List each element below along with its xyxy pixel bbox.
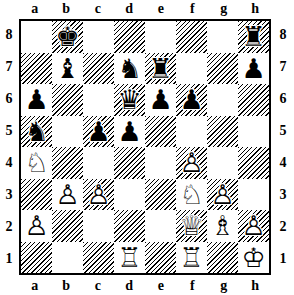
square-d3[interactable]	[114, 179, 145, 211]
square-h3[interactable]	[238, 179, 269, 211]
white-piece-outline: ♔	[238, 242, 269, 274]
square-h6[interactable]	[238, 84, 269, 116]
square-c1[interactable]	[83, 242, 114, 274]
square-h1[interactable]: ♚♔	[238, 242, 269, 274]
file-label-bottom-b: b	[51, 277, 83, 295]
square-h7[interactable]: ♟	[238, 53, 269, 85]
file-label-bottom-e: e	[145, 277, 177, 295]
black-piece-glyph: ♚	[52, 21, 83, 53]
black-piece-glyph: ♟	[176, 84, 207, 116]
square-b6[interactable]	[52, 84, 83, 116]
piece-wR-f1[interactable]: ♜♖	[176, 242, 207, 274]
file-label-top-f: f	[177, 0, 209, 18]
square-e4[interactable]	[145, 147, 176, 179]
piece-bP-e6[interactable]: ♟	[145, 84, 176, 116]
file-label-top-g: g	[208, 0, 240, 18]
square-e6[interactable]: ♟	[145, 84, 176, 116]
square-a8[interactable]	[21, 21, 52, 53]
square-d8[interactable]	[114, 21, 145, 53]
black-piece-glyph: ♞	[114, 53, 145, 85]
rank-label-right-3: 3	[274, 179, 292, 211]
rank-labels-right: 87654321	[274, 19, 292, 275]
file-label-bottom-c: c	[82, 277, 114, 295]
piece-bR-h8[interactable]: ♜	[238, 21, 269, 53]
square-e3[interactable]	[145, 179, 176, 211]
square-c2[interactable]	[83, 210, 114, 242]
black-piece-glyph: ♟	[83, 116, 114, 148]
square-g6[interactable]	[207, 84, 238, 116]
square-e7[interactable]: ♜	[145, 53, 176, 85]
file-label-bottom-g: g	[208, 277, 240, 295]
white-piece-outline: ♖	[176, 242, 207, 274]
rank-label-left-7: 7	[0, 51, 18, 83]
square-a2[interactable]: ♟♙	[21, 210, 52, 242]
square-d7[interactable]: ♞	[114, 53, 145, 85]
square-a5[interactable]: ♞	[21, 116, 52, 148]
square-d6[interactable]: ♛	[114, 84, 145, 116]
black-piece-glyph: ♟	[238, 53, 269, 85]
piece-wK-h1[interactable]: ♚♔	[238, 242, 269, 274]
square-f3[interactable]: ♞♘	[176, 179, 207, 211]
piece-bP-d5[interactable]: ♟	[114, 116, 145, 148]
file-label-bottom-d: d	[114, 277, 146, 295]
piece-bN-a5[interactable]: ♞	[21, 116, 52, 148]
file-label-bottom-h: h	[240, 277, 272, 295]
rank-label-right-5: 5	[274, 115, 292, 147]
square-h5[interactable]	[238, 116, 269, 148]
square-h4[interactable]	[238, 147, 269, 179]
black-piece-glyph: ♟	[21, 84, 52, 116]
square-h8[interactable]: ♜	[238, 21, 269, 53]
rank-label-left-2: 2	[0, 211, 18, 243]
white-piece-outline: ♘	[21, 147, 52, 179]
square-d2[interactable]	[114, 210, 145, 242]
white-piece-outline: ♙	[207, 179, 238, 211]
white-piece-outline: ♖	[114, 242, 145, 274]
piece-wP-c3[interactable]: ♟♙	[83, 179, 114, 211]
square-c7[interactable]	[83, 53, 114, 85]
file-label-bottom-f: f	[177, 277, 209, 295]
black-piece-glyph: ♟	[145, 84, 176, 116]
file-label-top-d: d	[114, 0, 146, 18]
square-f1[interactable]: ♜♖	[176, 242, 207, 274]
piece-bP-c5[interactable]: ♟	[83, 116, 114, 148]
square-h2[interactable]: ♟♙	[238, 210, 269, 242]
piece-bK-b8[interactable]: ♚	[52, 21, 83, 53]
square-c6[interactable]	[83, 84, 114, 116]
piece-bP-a6[interactable]: ♟	[21, 84, 52, 116]
square-b4[interactable]	[52, 147, 83, 179]
black-piece-glyph: ♜	[145, 53, 176, 85]
square-a6[interactable]: ♟	[21, 84, 52, 116]
square-g4[interactable]	[207, 147, 238, 179]
file-labels-top: abcdefgh	[19, 0, 271, 18]
white-piece-outline: ♙	[83, 179, 114, 211]
square-b1[interactable]	[52, 242, 83, 274]
rank-label-right-4: 4	[274, 147, 292, 179]
square-a7[interactable]	[21, 53, 52, 85]
file-label-top-c: c	[82, 0, 114, 18]
rank-label-left-8: 8	[0, 19, 18, 51]
square-c4[interactable]	[83, 147, 114, 179]
square-c8[interactable]	[83, 21, 114, 53]
piece-wP-f4[interactable]: ♟♙	[176, 147, 207, 179]
square-f4[interactable]: ♟♙	[176, 147, 207, 179]
piece-wQ-f2[interactable]: ♛♕	[176, 210, 207, 242]
white-piece-outline: ♙	[21, 210, 52, 242]
square-d5[interactable]: ♟	[114, 116, 145, 148]
piece-bB-b7[interactable]: ♝	[52, 53, 83, 85]
square-f2[interactable]: ♛♕	[176, 210, 207, 242]
white-piece-outline: ♙	[238, 210, 269, 242]
white-piece-outline: ♙	[176, 147, 207, 179]
square-b7[interactable]: ♝	[52, 53, 83, 85]
square-c3[interactable]: ♟♙	[83, 179, 114, 211]
piece-wB-g2[interactable]: ♝♗	[207, 210, 238, 242]
square-b8[interactable]: ♚	[52, 21, 83, 53]
square-d4[interactable]	[114, 147, 145, 179]
square-e5[interactable]	[145, 116, 176, 148]
white-piece-outline: ♙	[52, 179, 83, 211]
square-e8[interactable]	[145, 21, 176, 53]
square-g1[interactable]	[207, 242, 238, 274]
piece-bN-d7[interactable]: ♞	[114, 53, 145, 85]
square-g8[interactable]	[207, 21, 238, 53]
square-f7[interactable]	[176, 53, 207, 85]
file-label-top-a: a	[19, 0, 51, 18]
rank-label-left-4: 4	[0, 147, 18, 179]
file-labels-bottom: abcdefgh	[19, 277, 271, 295]
black-piece-glyph: ♛	[114, 84, 145, 116]
file-label-top-e: e	[145, 0, 177, 18]
rank-label-left-1: 1	[0, 243, 18, 275]
rank-label-left-5: 5	[0, 115, 18, 147]
piece-wN-a4[interactable]: ♞♘	[21, 147, 52, 179]
piece-bR-e7[interactable]: ♜	[145, 53, 176, 85]
square-c5[interactable]: ♟	[83, 116, 114, 148]
piece-wP-b3[interactable]: ♟♙	[52, 179, 83, 211]
white-piece-outline: ♗	[207, 210, 238, 242]
black-piece-glyph: ♜	[238, 21, 269, 53]
rank-label-right-2: 2	[274, 211, 292, 243]
square-b5[interactable]	[52, 116, 83, 148]
square-f8[interactable]	[176, 21, 207, 53]
square-e2[interactable]	[145, 210, 176, 242]
file-label-top-h: h	[240, 0, 272, 18]
square-b3[interactable]: ♟♙	[52, 179, 83, 211]
black-piece-glyph: ♞	[21, 116, 52, 148]
rank-label-right-8: 8	[274, 19, 292, 51]
piece-bP-h7[interactable]: ♟	[238, 53, 269, 85]
square-f5[interactable]	[176, 116, 207, 148]
file-label-bottom-a: a	[19, 277, 51, 295]
square-g2[interactable]: ♝♗	[207, 210, 238, 242]
rank-label-left-6: 6	[0, 83, 18, 115]
square-d1[interactable]: ♜♖	[114, 242, 145, 274]
piece-bP-f6[interactable]: ♟	[176, 84, 207, 116]
square-g7[interactable]	[207, 53, 238, 85]
chess-board: ♚♜♝♞♜♟♟♛♟♟♞♟♟♞♘♟♙♟♙♟♙♞♘♟♙♟♙♛♕♝♗♟♙♜♖♜♖♚♔	[19, 19, 271, 275]
black-piece-glyph: ♟	[114, 116, 145, 148]
square-a1[interactable]	[21, 242, 52, 274]
square-f6[interactable]: ♟	[176, 84, 207, 116]
piece-wN-f3[interactable]: ♞♘	[176, 179, 207, 211]
piece-wP-g3[interactable]: ♟♙	[207, 179, 238, 211]
piece-wR-d1[interactable]: ♜♖	[114, 242, 145, 274]
square-b2[interactable]	[52, 210, 83, 242]
black-piece-glyph: ♝	[52, 53, 83, 85]
square-a4[interactable]: ♞♘	[21, 147, 52, 179]
white-piece-outline: ♘	[176, 179, 207, 211]
piece-bQ-d6[interactable]: ♛	[114, 84, 145, 116]
piece-wP-h2[interactable]: ♟♙	[238, 210, 269, 242]
square-g5[interactable]	[207, 116, 238, 148]
rank-labels-left: 87654321	[0, 19, 18, 275]
rank-label-left-3: 3	[0, 179, 18, 211]
rank-label-right-7: 7	[274, 51, 292, 83]
file-label-top-b: b	[51, 0, 83, 18]
square-a3[interactable]	[21, 179, 52, 211]
piece-wP-a2[interactable]: ♟♙	[21, 210, 52, 242]
chess-diagram: abcdefgh 87654321 ♚♜♝♞♜♟♟♛♟♟♞♟♟♞♘♟♙♟♙♟♙♞…	[0, 0, 294, 295]
rank-label-right-1: 1	[274, 243, 292, 275]
square-g3[interactable]: ♟♙	[207, 179, 238, 211]
rank-label-right-6: 6	[274, 83, 292, 115]
square-e1[interactable]	[145, 242, 176, 274]
white-piece-outline: ♕	[176, 210, 207, 242]
